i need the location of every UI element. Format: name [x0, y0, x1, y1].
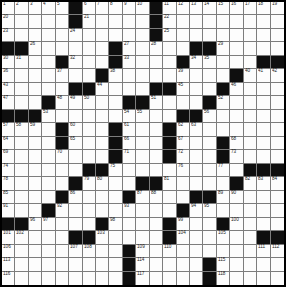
grid-cell[interactable]: 84 [271, 177, 284, 190]
grid-cell[interactable] [190, 137, 203, 150]
grid-cell[interactable] [230, 29, 243, 42]
grid-cell[interactable] [42, 191, 55, 204]
grid-cell[interactable] [150, 110, 163, 123]
grid-cell[interactable] [190, 218, 203, 231]
grid-cell[interactable] [150, 258, 163, 271]
grid-cell[interactable] [96, 123, 109, 136]
grid-cell[interactable]: 1 [2, 2, 15, 15]
grid-cell[interactable] [150, 231, 163, 244]
grid-cell[interactable] [56, 245, 69, 258]
grid-cell[interactable] [244, 191, 257, 204]
grid-cell[interactable]: 20 [2, 15, 15, 28]
grid-cell[interactable] [123, 177, 136, 190]
grid-cell[interactable] [190, 96, 203, 109]
grid-cell[interactable] [56, 15, 69, 28]
grid-cell[interactable] [190, 69, 203, 82]
grid-cell[interactable]: 50 [83, 96, 96, 109]
grid-cell[interactable] [96, 245, 109, 258]
grid-cell[interactable]: 62 [177, 123, 190, 136]
grid-cell[interactable] [203, 218, 216, 231]
grid-cell[interactable] [150, 272, 163, 285]
grid-cell[interactable] [29, 231, 42, 244]
grid-cell[interactable] [83, 110, 96, 123]
grid-cell[interactable]: 38 [109, 69, 122, 82]
grid-cell[interactable]: 14 [203, 2, 216, 15]
grid-cell[interactable]: 22 [163, 15, 176, 28]
grid-cell[interactable] [163, 272, 176, 285]
grid-cell[interactable] [230, 204, 243, 217]
grid-cell[interactable] [163, 96, 176, 109]
grid-cell[interactable] [257, 15, 270, 28]
grid-cell[interactable]: 76 [177, 164, 190, 177]
grid-cell[interactable]: 13 [190, 2, 203, 15]
grid-cell[interactable] [203, 69, 216, 82]
grid-cell[interactable] [15, 272, 28, 285]
grid-cell[interactable]: 69 [2, 150, 15, 163]
grid-cell[interactable] [109, 29, 122, 42]
grid-cell[interactable] [29, 15, 42, 28]
grid-cell[interactable]: 37 [56, 69, 69, 82]
grid-cell[interactable] [83, 56, 96, 69]
grid-cell[interactable] [271, 218, 284, 231]
grid-cell[interactable] [42, 42, 55, 55]
grid-cell[interactable] [271, 15, 284, 28]
grid-cell[interactable] [163, 191, 176, 204]
grid-cell[interactable] [42, 231, 55, 244]
grid-cell[interactable] [163, 69, 176, 82]
grid-cell[interactable] [244, 272, 257, 285]
grid-cell[interactable] [15, 204, 28, 217]
grid-cell[interactable]: 78 [2, 177, 15, 190]
grid-cell[interactable] [56, 29, 69, 42]
grid-cell[interactable] [244, 245, 257, 258]
grid-cell[interactable] [69, 110, 82, 123]
grid-cell[interactable]: 113 [2, 258, 15, 271]
grid-cell[interactable] [109, 258, 122, 271]
grid-cell[interactable] [217, 56, 230, 69]
grid-cell[interactable]: 33 [123, 56, 136, 69]
grid-cell[interactable] [203, 29, 216, 42]
grid-cell[interactable]: 114 [136, 258, 149, 271]
grid-cell[interactable]: 17 [244, 2, 257, 15]
grid-cell[interactable] [163, 258, 176, 271]
grid-cell[interactable] [244, 137, 257, 150]
grid-cell[interactable]: 83 [257, 177, 270, 190]
grid-cell[interactable] [123, 164, 136, 177]
grid-cell[interactable] [257, 42, 270, 55]
grid-cell[interactable]: 109 [136, 245, 149, 258]
grid-cell[interactable] [271, 191, 284, 204]
grid-cell[interactable] [109, 231, 122, 244]
grid-cell[interactable]: 2 [15, 2, 28, 15]
grid-cell[interactable] [42, 272, 55, 285]
grid-cell[interactable] [15, 258, 28, 271]
grid-cell[interactable] [177, 29, 190, 42]
grid-cell[interactable] [217, 29, 230, 42]
grid-cell[interactable] [42, 177, 55, 190]
grid-cell[interactable] [244, 56, 257, 69]
grid-cell[interactable] [271, 96, 284, 109]
grid-cell[interactable] [136, 137, 149, 150]
grid-cell[interactable]: 82 [244, 177, 257, 190]
grid-cell[interactable] [15, 245, 28, 258]
grid-cell[interactable] [177, 191, 190, 204]
grid-cell[interactable] [42, 29, 55, 42]
grid-cell[interactable] [29, 164, 42, 177]
grid-cell[interactable]: 23 [2, 29, 15, 42]
grid-cell[interactable] [244, 150, 257, 163]
grid-cell[interactable]: 71 [123, 150, 136, 163]
grid-cell[interactable]: 46 [230, 83, 243, 96]
grid-cell[interactable] [56, 231, 69, 244]
grid-cell[interactable]: 103 [96, 231, 109, 244]
grid-cell[interactable]: 102 [15, 231, 28, 244]
grid-cell[interactable] [96, 96, 109, 109]
grid-cell[interactable] [15, 15, 28, 28]
grid-cell[interactable] [203, 137, 216, 150]
grid-cell[interactable] [150, 164, 163, 177]
grid-cell[interactable] [69, 69, 82, 82]
grid-cell[interactable]: 9 [123, 2, 136, 15]
grid-cell[interactable] [29, 150, 42, 163]
grid-cell[interactable] [109, 272, 122, 285]
grid-cell[interactable]: 55 [136, 110, 149, 123]
grid-cell[interactable]: 118 [217, 272, 230, 285]
grid-cell[interactable]: 104 [177, 231, 190, 244]
grid-cell[interactable] [177, 258, 190, 271]
grid-cell[interactable] [136, 69, 149, 82]
grid-cell[interactable] [203, 245, 216, 258]
grid-cell[interactable] [163, 42, 176, 55]
grid-cell[interactable]: 75 [109, 164, 122, 177]
grid-cell[interactable]: 11 [163, 2, 176, 15]
grid-cell[interactable]: 65 [69, 137, 82, 150]
grid-cell[interactable]: 64 [2, 137, 15, 150]
grid-cell[interactable]: 21 [83, 15, 96, 28]
grid-cell[interactable] [257, 272, 270, 285]
grid-cell[interactable]: 94 [190, 204, 203, 217]
grid-cell[interactable] [123, 231, 136, 244]
grid-cell[interactable]: 26 [29, 42, 42, 55]
grid-cell[interactable] [230, 272, 243, 285]
grid-cell[interactable] [230, 245, 243, 258]
grid-cell[interactable] [42, 15, 55, 28]
grid-cell[interactable] [109, 191, 122, 204]
grid-cell[interactable]: 54 [123, 110, 136, 123]
grid-cell[interactable] [15, 150, 28, 163]
grid-cell[interactable] [177, 42, 190, 55]
grid-cell[interactable] [42, 123, 55, 136]
grid-cell[interactable]: 27 [123, 42, 136, 55]
grid-cell[interactable]: 43 [2, 83, 15, 96]
grid-cell[interactable] [15, 69, 28, 82]
grid-cell[interactable]: 77 [217, 164, 230, 177]
grid-cell[interactable] [56, 258, 69, 271]
grid-cell[interactable] [163, 110, 176, 123]
grid-cell[interactable]: 59 [29, 123, 42, 136]
grid-cell[interactable]: 44 [96, 83, 109, 96]
grid-cell[interactable]: 30 [2, 56, 15, 69]
grid-cell[interactable] [190, 164, 203, 177]
grid-cell[interactable] [203, 164, 216, 177]
grid-cell[interactable] [150, 69, 163, 82]
grid-cell[interactable]: 108 [83, 245, 96, 258]
grid-cell[interactable] [56, 218, 69, 231]
grid-cell[interactable]: 96 [29, 218, 42, 231]
grid-cell[interactable] [56, 42, 69, 55]
grid-cell[interactable] [177, 15, 190, 28]
grid-cell[interactable] [190, 258, 203, 271]
grid-cell[interactable] [69, 258, 82, 271]
grid-cell[interactable] [136, 218, 149, 231]
grid-cell[interactable] [96, 56, 109, 69]
grid-cell[interactable]: 61 [123, 123, 136, 136]
grid-cell[interactable] [244, 29, 257, 42]
grid-cell[interactable] [163, 204, 176, 217]
grid-cell[interactable] [29, 245, 42, 258]
grid-cell[interactable]: 67 [177, 137, 190, 150]
grid-cell[interactable] [69, 272, 82, 285]
grid-cell[interactable] [83, 123, 96, 136]
grid-cell[interactable] [203, 177, 216, 190]
grid-cell[interactable] [123, 69, 136, 82]
grid-cell[interactable] [257, 123, 270, 136]
grid-cell[interactable] [15, 29, 28, 42]
grid-cell[interactable] [136, 56, 149, 69]
grid-cell[interactable]: 35 [203, 56, 216, 69]
grid-cell[interactable]: 85 [2, 191, 15, 204]
grid-cell[interactable] [230, 123, 243, 136]
grid-cell[interactable] [190, 245, 203, 258]
grid-cell[interactable]: 72 [177, 150, 190, 163]
grid-cell[interactable] [109, 110, 122, 123]
grid-cell[interactable]: 49 [69, 96, 82, 109]
grid-cell[interactable] [56, 110, 69, 123]
grid-cell[interactable]: 24 [69, 29, 82, 42]
grid-cell[interactable] [177, 177, 190, 190]
grid-cell[interactable] [257, 258, 270, 271]
grid-cell[interactable] [83, 137, 96, 150]
grid-cell[interactable]: 100 [230, 218, 243, 231]
grid-cell[interactable]: 31 [15, 56, 28, 69]
grid-cell[interactable]: 80 [96, 177, 109, 190]
grid-cell[interactable]: 47 [2, 96, 15, 109]
grid-cell[interactable]: 53 [42, 110, 55, 123]
grid-cell[interactable]: 36 [2, 69, 15, 82]
grid-cell[interactable]: 3 [29, 2, 42, 15]
grid-cell[interactable]: 107 [69, 245, 82, 258]
grid-cell[interactable] [230, 164, 243, 177]
grid-cell[interactable] [244, 123, 257, 136]
grid-cell[interactable] [244, 110, 257, 123]
grid-cell[interactable]: 68 [230, 137, 243, 150]
grid-cell[interactable] [136, 15, 149, 28]
grid-cell[interactable] [96, 272, 109, 285]
grid-cell[interactable] [69, 150, 82, 163]
grid-cell[interactable] [203, 83, 216, 96]
grid-cell[interactable] [136, 123, 149, 136]
grid-cell[interactable] [230, 15, 243, 28]
grid-cell[interactable] [15, 177, 28, 190]
grid-cell[interactable]: 48 [56, 96, 69, 109]
grid-cell[interactable]: 93 [123, 204, 136, 217]
grid-cell[interactable] [190, 150, 203, 163]
grid-cell[interactable]: 58 [15, 123, 28, 136]
grid-cell[interactable] [244, 218, 257, 231]
grid-cell[interactable] [271, 258, 284, 271]
grid-cell[interactable] [150, 56, 163, 69]
grid-cell[interactable] [56, 83, 69, 96]
grid-cell[interactable]: 87 [136, 191, 149, 204]
grid-cell[interactable]: 86 [69, 191, 82, 204]
grid-cell[interactable]: 42 [271, 69, 284, 82]
grid-cell[interactable] [15, 164, 28, 177]
grid-cell[interactable] [190, 15, 203, 28]
grid-cell[interactable] [42, 164, 55, 177]
grid-cell[interactable] [109, 96, 122, 109]
grid-cell[interactable] [163, 164, 176, 177]
grid-cell[interactable] [29, 56, 42, 69]
grid-cell[interactable] [244, 258, 257, 271]
grid-cell[interactable] [136, 83, 149, 96]
grid-cell[interactable]: 115 [217, 258, 230, 271]
grid-cell[interactable] [257, 137, 270, 150]
grid-cell[interactable] [56, 272, 69, 285]
grid-cell[interactable] [257, 83, 270, 96]
grid-cell[interactable] [109, 83, 122, 96]
grid-cell[interactable] [83, 204, 96, 217]
grid-cell[interactable] [230, 56, 243, 69]
grid-cell[interactable] [29, 29, 42, 42]
grid-cell[interactable] [244, 83, 257, 96]
grid-cell[interactable] [29, 96, 42, 109]
grid-cell[interactable]: 16 [230, 2, 243, 15]
grid-cell[interactable] [29, 69, 42, 82]
grid-cell[interactable] [42, 69, 55, 82]
grid-cell[interactable] [29, 83, 42, 96]
grid-cell[interactable] [257, 96, 270, 109]
grid-cell[interactable]: 28 [150, 42, 163, 55]
grid-cell[interactable]: 60 [69, 123, 82, 136]
grid-cell[interactable]: 57 [2, 123, 15, 136]
grid-cell[interactable]: 99 [177, 218, 190, 231]
grid-cell[interactable]: 5 [56, 2, 69, 15]
grid-cell[interactable] [271, 29, 284, 42]
grid-cell[interactable] [190, 272, 203, 285]
grid-cell[interactable]: 117 [136, 272, 149, 285]
grid-cell[interactable] [96, 204, 109, 217]
grid-cell[interactable] [136, 231, 149, 244]
grid-cell[interactable] [42, 137, 55, 150]
grid-cell[interactable] [29, 204, 42, 217]
grid-cell[interactable]: 51 [150, 96, 163, 109]
grid-cell[interactable] [83, 258, 96, 271]
grid-cell[interactable] [271, 137, 284, 150]
grid-cell[interactable] [244, 42, 257, 55]
grid-cell[interactable] [257, 204, 270, 217]
grid-cell[interactable] [177, 96, 190, 109]
grid-cell[interactable]: 110 [163, 245, 176, 258]
grid-cell[interactable] [96, 29, 109, 42]
grid-cell[interactable]: 92 [56, 204, 69, 217]
grid-cell[interactable]: 73 [230, 150, 243, 163]
grid-cell[interactable] [109, 177, 122, 190]
grid-cell[interactable] [29, 177, 42, 190]
grid-cell[interactable] [136, 204, 149, 217]
grid-cell[interactable] [203, 150, 216, 163]
grid-cell[interactable] [150, 137, 163, 150]
grid-cell[interactable] [244, 96, 257, 109]
grid-cell[interactable] [230, 42, 243, 55]
grid-cell[interactable]: 29 [217, 42, 230, 55]
grid-cell[interactable] [96, 137, 109, 150]
grid-cell[interactable] [177, 272, 190, 285]
grid-cell[interactable]: 32 [69, 56, 82, 69]
grid-cell[interactable]: 34 [190, 56, 203, 69]
grid-cell[interactable] [69, 164, 82, 177]
grid-cell[interactable] [271, 83, 284, 96]
grid-cell[interactable]: 8 [109, 2, 122, 15]
grid-cell[interactable]: 12 [177, 2, 190, 15]
grid-cell[interactable] [69, 218, 82, 231]
grid-cell[interactable] [271, 42, 284, 55]
grid-cell[interactable] [150, 123, 163, 136]
grid-cell[interactable] [136, 42, 149, 55]
grid-cell[interactable]: 112 [271, 245, 284, 258]
grid-cell[interactable] [136, 150, 149, 163]
grid-cell[interactable]: 63 [190, 123, 203, 136]
grid-cell[interactable]: 88 [150, 191, 163, 204]
grid-cell[interactable] [136, 164, 149, 177]
grid-cell[interactable] [56, 177, 69, 190]
grid-cell[interactable] [123, 29, 136, 42]
grid-cell[interactable] [15, 191, 28, 204]
grid-cell[interactable] [56, 164, 69, 177]
grid-cell[interactable] [96, 258, 109, 271]
grid-cell[interactable] [177, 245, 190, 258]
grid-cell[interactable] [42, 245, 55, 258]
grid-cell[interactable] [230, 110, 243, 123]
grid-cell[interactable] [257, 191, 270, 204]
grid-cell[interactable]: 40 [244, 69, 257, 82]
grid-cell[interactable]: 101 [2, 231, 15, 244]
grid-cell[interactable] [190, 177, 203, 190]
grid-cell[interactable] [271, 204, 284, 217]
grid-cell[interactable] [203, 15, 216, 28]
grid-cell[interactable] [271, 272, 284, 285]
grid-cell[interactable]: 39 [177, 69, 190, 82]
grid-cell[interactable] [29, 258, 42, 271]
grid-cell[interactable]: 41 [257, 69, 270, 82]
grid-cell[interactable] [203, 123, 216, 136]
grid-cell[interactable]: 15 [217, 2, 230, 15]
grid-cell[interactable] [29, 137, 42, 150]
grid-cell[interactable] [15, 137, 28, 150]
grid-cell[interactable]: 18 [257, 2, 270, 15]
grid-cell[interactable]: 66 [123, 137, 136, 150]
grid-cell[interactable] [123, 83, 136, 96]
grid-cell[interactable] [42, 258, 55, 271]
grid-cell[interactable]: 79 [83, 177, 96, 190]
grid-cell[interactable] [150, 204, 163, 217]
grid-cell[interactable] [15, 96, 28, 109]
grid-cell[interactable]: 4 [42, 2, 55, 15]
grid-cell[interactable] [42, 56, 55, 69]
grid-cell[interactable]: 52 [217, 96, 230, 109]
grid-cell[interactable] [244, 204, 257, 217]
grid-cell[interactable] [217, 177, 230, 190]
grid-cell[interactable] [42, 83, 55, 96]
